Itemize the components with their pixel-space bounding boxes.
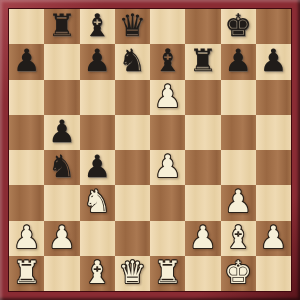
square-e7[interactable]: ♝: [150, 44, 185, 79]
square-h4[interactable]: [256, 150, 291, 185]
square-e5[interactable]: [150, 115, 185, 150]
white-bishop-icon: ♝: [83, 257, 111, 288]
square-f3[interactable]: [185, 185, 220, 220]
square-a4[interactable]: [9, 150, 44, 185]
square-d6[interactable]: [115, 80, 150, 115]
square-f5[interactable]: [185, 115, 220, 150]
square-d4[interactable]: [115, 150, 150, 185]
black-rook-icon: ♜: [48, 10, 76, 41]
white-pawn-icon: ♟: [189, 222, 217, 253]
square-h2[interactable]: ♟: [256, 221, 291, 256]
square-h5[interactable]: [256, 115, 291, 150]
square-d2[interactable]: [115, 221, 150, 256]
white-bishop-icon: ♝: [224, 222, 252, 253]
square-h7[interactable]: ♟: [256, 44, 291, 79]
black-bishop-icon: ♝: [154, 45, 182, 76]
square-h6[interactable]: [256, 80, 291, 115]
square-a6[interactable]: [9, 80, 44, 115]
square-e3[interactable]: [150, 185, 185, 220]
square-b2[interactable]: ♟: [44, 221, 79, 256]
square-g8[interactable]: ♚: [221, 9, 256, 44]
white-king-icon: ♚: [224, 257, 252, 288]
white-knight-icon: ♞: [83, 186, 111, 217]
square-e8[interactable]: [150, 9, 185, 44]
square-h1[interactable]: [256, 256, 291, 291]
square-f6[interactable]: [185, 80, 220, 115]
square-b5[interactable]: ♟: [44, 115, 79, 150]
square-a2[interactable]: ♟: [9, 221, 44, 256]
square-a7[interactable]: ♟: [9, 44, 44, 79]
square-e2[interactable]: [150, 221, 185, 256]
square-b7[interactable]: [44, 44, 79, 79]
square-f8[interactable]: [185, 9, 220, 44]
square-a3[interactable]: [9, 185, 44, 220]
black-bishop-icon: ♝: [83, 10, 111, 41]
black-king-icon: ♚: [224, 10, 252, 41]
square-b3[interactable]: [44, 185, 79, 220]
square-g6[interactable]: [221, 80, 256, 115]
square-h3[interactable]: [256, 185, 291, 220]
square-h8[interactable]: [256, 9, 291, 44]
square-e1[interactable]: ♜: [150, 256, 185, 291]
square-d5[interactable]: [115, 115, 150, 150]
black-pawn-icon: ♟: [259, 45, 287, 76]
white-pawn-icon: ♟: [259, 222, 287, 253]
square-g5[interactable]: [221, 115, 256, 150]
square-g2[interactable]: ♝: [221, 221, 256, 256]
square-b6[interactable]: [44, 80, 79, 115]
square-a5[interactable]: [9, 115, 44, 150]
white-rook-icon: ♜: [13, 257, 41, 288]
black-knight-icon: ♞: [118, 45, 146, 76]
black-pawn-icon: ♟: [13, 45, 41, 76]
black-pawn-icon: ♟: [224, 45, 252, 76]
square-c1[interactable]: ♝: [80, 256, 115, 291]
chess-board: ♜♝♛♚♟♟♞♝♜♟♟♟♟♞♟♟♞♟♟♟♟♝♟♜♝♛♜♚: [8, 8, 292, 292]
white-pawn-icon: ♟: [224, 186, 252, 217]
square-g7[interactable]: ♟: [221, 44, 256, 79]
black-pawn-icon: ♟: [83, 45, 111, 76]
white-queen-icon: ♛: [118, 257, 146, 288]
square-a8[interactable]: [9, 9, 44, 44]
white-rook-icon: ♜: [154, 257, 182, 288]
black-rook-icon: ♜: [189, 45, 217, 76]
black-queen-icon: ♛: [118, 10, 146, 41]
square-d7[interactable]: ♞: [115, 44, 150, 79]
black-pawn-icon: ♟: [83, 151, 111, 182]
square-f4[interactable]: [185, 150, 220, 185]
square-g4[interactable]: [221, 150, 256, 185]
white-pawn-icon: ♟: [48, 222, 76, 253]
square-b8[interactable]: ♜: [44, 9, 79, 44]
board-frame: ♜♝♛♚♟♟♞♝♜♟♟♟♟♞♟♟♞♟♟♟♟♝♟♜♝♛♜♚: [0, 0, 300, 300]
square-c3[interactable]: ♞: [80, 185, 115, 220]
square-e6[interactable]: ♟: [150, 80, 185, 115]
black-knight-icon: ♞: [48, 151, 76, 182]
square-a1[interactable]: ♜: [9, 256, 44, 291]
white-pawn-icon: ♟: [154, 151, 182, 182]
square-b1[interactable]: [44, 256, 79, 291]
square-e4[interactable]: ♟: [150, 150, 185, 185]
square-c4[interactable]: ♟: [80, 150, 115, 185]
square-d8[interactable]: ♛: [115, 9, 150, 44]
square-f7[interactable]: ♜: [185, 44, 220, 79]
square-f2[interactable]: ♟: [185, 221, 220, 256]
square-d1[interactable]: ♛: [115, 256, 150, 291]
square-c7[interactable]: ♟: [80, 44, 115, 79]
white-pawn-icon: ♟: [154, 81, 182, 112]
square-c6[interactable]: [80, 80, 115, 115]
square-b4[interactable]: ♞: [44, 150, 79, 185]
square-f1[interactable]: [185, 256, 220, 291]
square-g3[interactable]: ♟: [221, 185, 256, 220]
square-g1[interactable]: ♚: [221, 256, 256, 291]
square-c2[interactable]: [80, 221, 115, 256]
square-c8[interactable]: ♝: [80, 9, 115, 44]
white-pawn-icon: ♟: [13, 222, 41, 253]
black-pawn-icon: ♟: [48, 116, 76, 147]
square-d3[interactable]: [115, 185, 150, 220]
square-c5[interactable]: [80, 115, 115, 150]
